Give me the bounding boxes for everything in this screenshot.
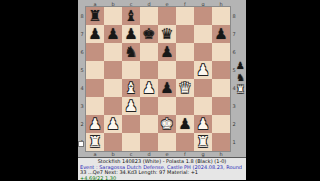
square-a2: ♟ — [86, 115, 104, 133]
black-pawn-h7: ♟ — [214, 25, 227, 43]
square-c5 — [122, 61, 140, 79]
square-b7: ♟ — [104, 25, 122, 43]
white-to-move-indicator — [78, 141, 84, 147]
square-a3 — [86, 97, 104, 115]
square-d8 — [140, 7, 158, 25]
black-pawn-c7: ♟ — [124, 25, 137, 43]
square-e6: ♟ — [158, 43, 176, 61]
captured-black-pawn: ♟ — [236, 60, 245, 72]
black-pawn-f2: ♟ — [178, 115, 191, 133]
square-h6 — [212, 43, 230, 61]
square-g1: ♜ — [194, 133, 212, 151]
white-pawn-g2: ♟ — [196, 115, 209, 133]
square-g5: ♟ — [194, 61, 212, 79]
square-g4 — [194, 79, 212, 97]
square-f2: ♟ — [176, 115, 194, 133]
white-bishop-c4: ♝ — [124, 79, 137, 97]
black-pawn-e4: ♟ — [160, 79, 173, 97]
white-queen-f4: ♛ — [178, 79, 191, 97]
black-bishop-c8: ♝ — [124, 7, 137, 25]
square-g3 — [194, 97, 212, 115]
rank-label-6: 6 — [79, 43, 85, 61]
black-rook-a8: ♜ — [88, 7, 101, 25]
square-d3 — [140, 97, 158, 115]
square-g2: ♟ — [194, 115, 212, 133]
white-pawn-a2: ♟ — [88, 115, 101, 133]
captured-black-knight: ♞ — [236, 72, 245, 84]
square-h3 — [212, 97, 230, 115]
square-b6 — [104, 43, 122, 61]
square-a5 — [86, 61, 104, 79]
rank-label-3: 3 — [231, 97, 237, 115]
captured-pieces-tray: ♟♞♜ — [235, 60, 246, 96]
black-pawn-b7: ♟ — [106, 25, 119, 43]
rank-label-2: 2 — [79, 115, 85, 133]
chess-board: ♜♝♟♟♟♚♛♟♞♟♟♝♟♟♛♟♟♟♚♟♟♜♜ — [86, 7, 230, 151]
white-rook-g1: ♜ — [196, 133, 209, 151]
square-c2 — [122, 115, 140, 133]
square-d5 — [140, 61, 158, 79]
square-d2 — [140, 115, 158, 133]
rank-label-7: 7 — [79, 25, 85, 43]
square-b5 — [104, 61, 122, 79]
square-h5 — [212, 61, 230, 79]
square-e4: ♟ — [158, 79, 176, 97]
rank-label-7: 7 — [231, 25, 237, 43]
square-h1 — [212, 133, 230, 151]
black-pawn-e6: ♟ — [160, 43, 173, 61]
square-h4 — [212, 79, 230, 97]
black-knight-c6: ♞ — [124, 43, 137, 61]
white-king-e2: ♚ — [160, 115, 173, 133]
square-d4: ♟ — [140, 79, 158, 97]
square-f6 — [176, 43, 194, 61]
rank-label-5: 5 — [79, 61, 85, 79]
white-pawn-b2: ♟ — [106, 115, 119, 133]
square-h8 — [212, 7, 230, 25]
rank-label-4: 4 — [79, 79, 85, 97]
square-e2: ♚ — [158, 115, 176, 133]
white-rook-a1: ♜ — [88, 133, 101, 151]
square-g8 — [194, 7, 212, 25]
square-c8: ♝ — [122, 7, 140, 25]
square-e3 — [158, 97, 176, 115]
square-a1: ♜ — [86, 133, 104, 151]
square-f7 — [176, 25, 194, 43]
square-b8 — [104, 7, 122, 25]
square-h2 — [212, 115, 230, 133]
square-b3 — [104, 97, 122, 115]
square-b1 — [104, 133, 122, 151]
square-c6: ♞ — [122, 43, 140, 61]
square-b2: ♟ — [104, 115, 122, 133]
square-e7: ♛ — [158, 25, 176, 43]
square-a7: ♟ — [86, 25, 104, 43]
rank-label-8: 8 — [231, 7, 237, 25]
square-c7: ♟ — [122, 25, 140, 43]
square-f3 — [176, 97, 194, 115]
square-c1 — [122, 133, 140, 151]
square-c4: ♝ — [122, 79, 140, 97]
square-d7: ♚ — [140, 25, 158, 43]
rank-label-2: 2 — [231, 115, 237, 133]
rank-label-3: 3 — [79, 97, 85, 115]
square-a6 — [86, 43, 104, 61]
square-e5 — [158, 61, 176, 79]
square-f1 — [176, 133, 194, 151]
black-king-d7: ♚ — [142, 25, 155, 43]
square-a8: ♜ — [86, 7, 104, 25]
square-e1 — [158, 133, 176, 151]
square-e8 — [158, 7, 176, 25]
chess-viewer-panel: abcdefgh 87654321 ♜♝♟♟♟♚♛♟♞♟♟♝♟♟♛♟♟♟♚♟♟♜… — [78, 0, 246, 180]
white-pawn-c3: ♟ — [124, 97, 137, 115]
white-pawn-g5: ♟ — [196, 61, 209, 79]
square-d1 — [140, 133, 158, 151]
square-c3: ♟ — [122, 97, 140, 115]
video-frame: abcdefgh 87654321 ♜♝♟♟♟♚♛♟♞♟♟♝♟♟♛♟♟♟♚♟♟♜… — [0, 0, 320, 180]
rank-labels-left: 87654321 — [79, 7, 85, 151]
square-a4 — [86, 79, 104, 97]
square-f4: ♛ — [176, 79, 194, 97]
black-pawn-a7: ♟ — [88, 25, 101, 43]
black-queen-e7: ♛ — [160, 25, 173, 43]
square-d6 — [140, 43, 158, 61]
white-pawn-d4: ♟ — [142, 79, 155, 97]
rank-label-8: 8 — [79, 7, 85, 25]
square-f5 — [176, 61, 194, 79]
square-f8 — [176, 7, 194, 25]
game-info-caption: Stockfish 140823 (White) - Polasta 1.8 (… — [78, 157, 246, 180]
square-b4 — [104, 79, 122, 97]
rank-label-6: 6 — [231, 43, 237, 61]
rank-label-1: 1 — [231, 133, 237, 151]
square-h7: ♟ — [212, 25, 230, 43]
captured-white-rook: ♜ — [236, 84, 245, 96]
square-g7 — [194, 25, 212, 43]
square-g6 — [194, 43, 212, 61]
engine-eval-line: +4.69/22 1.30 — [80, 176, 244, 181]
